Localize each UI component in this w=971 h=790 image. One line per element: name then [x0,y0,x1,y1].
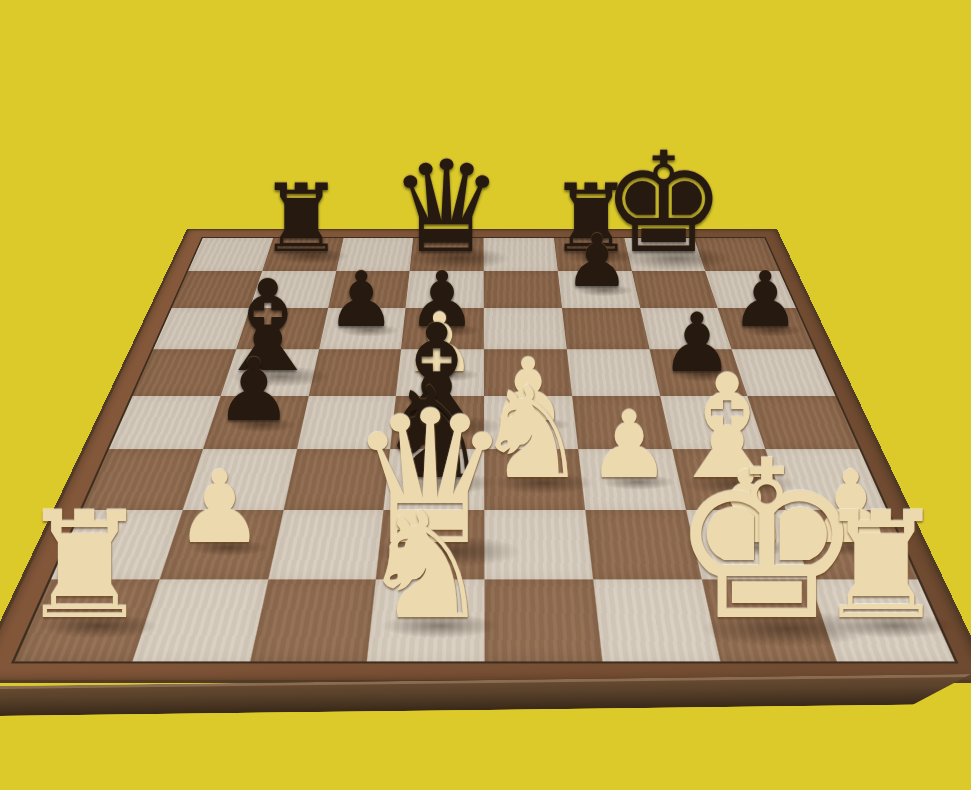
black-pawn-b4[interactable]: ♟ [215,347,293,434]
square-c1[interactable] [250,580,376,662]
app-background: ♜♛♜♚♟♟♟♟♝♟♟♟♝♟♞♞♟♝♟♛♟♟♜♞♚♜ [0,0,971,790]
square-a4[interactable] [109,396,220,449]
black-queen-d8[interactable]: ♛ [389,144,503,271]
white-pawn-icon: ♟ [588,391,671,499]
black-pawn-f7[interactable]: ♟ [565,226,630,298]
white-pawn-f3[interactable]: ♟ [588,399,671,492]
white-knight-icon: ♞ [359,480,492,652]
black-pawn-h6[interactable]: ♟ [731,261,800,338]
white-rook-icon: ♜ [814,480,947,652]
white-pawn-icon: ♟ [175,449,265,566]
black-pawn-icon: ♟ [731,254,800,343]
white-rook-h1[interactable]: ♜ [814,493,947,641]
white-pawn-b2[interactable]: ♟ [175,458,265,558]
black-pawn-icon: ♟ [565,220,630,304]
white-knight-d1[interactable]: ♞ [359,493,492,641]
square-e1[interactable] [484,580,602,662]
square-f6[interactable] [562,308,649,349]
white-rook-a1[interactable]: ♜ [18,493,151,641]
black-pawn-icon: ♟ [215,339,293,440]
white-rook-icon: ♜ [18,480,151,652]
